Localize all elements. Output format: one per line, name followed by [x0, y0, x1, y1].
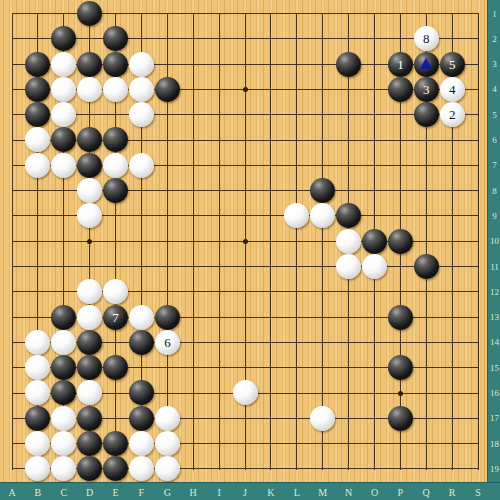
stone-white-N10[interactable] [336, 229, 361, 254]
stone-white-D4[interactable] [77, 77, 102, 102]
stone-black-P17[interactable] [388, 406, 413, 431]
stone-black-C16[interactable] [51, 380, 76, 405]
stone-black-P3[interactable]: 1 [388, 52, 413, 77]
stone-white-B16[interactable] [25, 380, 50, 405]
col-label-J: J [237, 487, 253, 498]
move-number-label: 3 [423, 83, 430, 96]
stone-black-E19[interactable] [103, 456, 128, 481]
stone-black-D15[interactable] [77, 355, 102, 380]
col-label-D: D [82, 487, 98, 498]
row-label-7: 7 [488, 160, 500, 170]
stone-white-C19[interactable] [51, 456, 76, 481]
stone-black-E8[interactable] [103, 178, 128, 203]
col-label-M: M [315, 487, 331, 498]
col-label-A: A [4, 487, 20, 498]
stone-white-F3[interactable] [129, 52, 154, 77]
row-label-9: 9 [488, 211, 500, 221]
stone-black-Q4[interactable]: 3 [414, 77, 439, 102]
stone-white-G19[interactable] [155, 456, 180, 481]
stones-layer: 81534276 [0, 1, 491, 482]
stone-white-G17[interactable] [155, 406, 180, 431]
move-number-label: 8 [423, 32, 430, 45]
col-label-G: G [159, 487, 175, 498]
stone-white-C14[interactable] [51, 330, 76, 355]
col-label-K: K [263, 487, 279, 498]
stone-white-F7[interactable] [129, 153, 154, 178]
row-label-15: 15 [488, 363, 500, 373]
coordinate-bar-bottom: ABCDEFGHIJKLMNOPQRS [0, 482, 500, 500]
stone-black-B4[interactable] [25, 77, 50, 102]
stone-black-Q5[interactable] [414, 102, 439, 127]
stone-black-M8[interactable] [310, 178, 335, 203]
stone-black-C13[interactable] [51, 305, 76, 330]
stone-white-G14[interactable]: 6 [155, 330, 180, 355]
row-label-16: 16 [488, 388, 500, 398]
stone-white-C17[interactable] [51, 406, 76, 431]
row-label-12: 12 [488, 287, 500, 297]
stone-black-D3[interactable] [77, 52, 102, 77]
stone-white-C3[interactable] [51, 52, 76, 77]
stone-white-F4[interactable] [129, 77, 154, 102]
stone-white-B7[interactable] [25, 153, 50, 178]
row-label-5: 5 [488, 110, 500, 120]
stone-white-R5[interactable]: 2 [440, 102, 465, 127]
col-label-B: B [30, 487, 46, 498]
col-label-N: N [341, 487, 357, 498]
stone-black-E2[interactable] [103, 26, 128, 51]
stone-black-D6[interactable] [77, 127, 102, 152]
stone-white-J16[interactable] [233, 380, 258, 405]
row-label-19: 19 [488, 464, 500, 474]
stone-white-F13[interactable] [129, 305, 154, 330]
stone-black-P10[interactable] [388, 229, 413, 254]
stone-black-D14[interactable] [77, 330, 102, 355]
triangle-marker-icon [420, 58, 432, 69]
stone-black-D19[interactable] [77, 456, 102, 481]
stone-white-D16[interactable] [77, 380, 102, 405]
stone-white-B15[interactable] [25, 355, 50, 380]
stone-black-F16[interactable] [129, 380, 154, 405]
col-label-P: P [392, 487, 408, 498]
col-label-C: C [56, 487, 72, 498]
stone-black-G4[interactable] [155, 77, 180, 102]
stone-white-D12[interactable] [77, 279, 102, 304]
row-label-18: 18 [488, 439, 500, 449]
stone-black-O10[interactable] [362, 229, 387, 254]
move-number-label: 2 [449, 108, 456, 121]
stone-white-R4[interactable]: 4 [440, 77, 465, 102]
row-label-4: 4 [488, 84, 500, 94]
row-label-6: 6 [488, 135, 500, 145]
col-label-S: S [470, 487, 486, 498]
col-label-Q: Q [418, 487, 434, 498]
row-label-2: 2 [488, 34, 500, 44]
col-label-F: F [133, 487, 149, 498]
stone-white-E4[interactable] [103, 77, 128, 102]
col-label-L: L [289, 487, 305, 498]
col-label-O: O [367, 487, 383, 498]
stone-black-F17[interactable] [129, 406, 154, 431]
stone-black-G13[interactable] [155, 305, 180, 330]
stone-black-C2[interactable] [51, 26, 76, 51]
stone-white-B18[interactable] [25, 431, 50, 456]
stone-white-E7[interactable] [103, 153, 128, 178]
stone-white-D8[interactable] [77, 178, 102, 203]
stone-black-R3[interactable]: 5 [440, 52, 465, 77]
stone-black-N9[interactable] [336, 203, 361, 228]
stone-black-E13[interactable]: 7 [103, 305, 128, 330]
col-label-I: I [211, 487, 227, 498]
row-label-17: 17 [488, 413, 500, 423]
stone-white-B14[interactable] [25, 330, 50, 355]
go-app-window: 81534276 12345678910111213141516171819 A… [0, 0, 500, 500]
stone-white-M9[interactable] [310, 203, 335, 228]
stone-white-C5[interactable] [51, 102, 76, 127]
move-number-label: 1 [397, 58, 404, 71]
stone-black-D17[interactable] [77, 406, 102, 431]
move-number-label: 4 [449, 83, 456, 96]
stone-black-E18[interactable] [103, 431, 128, 456]
stone-black-E15[interactable] [103, 355, 128, 380]
stone-white-B6[interactable] [25, 127, 50, 152]
stone-black-P13[interactable] [388, 305, 413, 330]
stone-black-Q3[interactable] [414, 52, 439, 77]
row-label-10: 10 [488, 236, 500, 246]
stone-black-E3[interactable] [103, 52, 128, 77]
stone-white-O11[interactable] [362, 254, 387, 279]
row-label-1: 1 [488, 9, 500, 19]
coordinate-bar-right: 12345678910111213141516171819 [487, 0, 500, 500]
stone-black-B3[interactable] [25, 52, 50, 77]
stone-black-N3[interactable] [336, 52, 361, 77]
stone-black-D18[interactable] [77, 431, 102, 456]
row-label-13: 13 [488, 312, 500, 322]
col-label-H: H [185, 487, 201, 498]
stone-white-L9[interactable] [284, 203, 309, 228]
stone-white-C4[interactable] [51, 77, 76, 102]
stone-black-P4[interactable] [388, 77, 413, 102]
move-number-label: 7 [112, 311, 119, 324]
stone-white-D13[interactable] [77, 305, 102, 330]
stone-black-P15[interactable] [388, 355, 413, 380]
stone-white-B19[interactable] [25, 456, 50, 481]
stone-white-F5[interactable] [129, 102, 154, 127]
stone-black-D7[interactable] [77, 153, 102, 178]
row-label-11: 11 [488, 262, 500, 272]
stone-white-E12[interactable] [103, 279, 128, 304]
stone-white-D9[interactable] [77, 203, 102, 228]
move-number-label: 6 [164, 336, 171, 349]
stone-black-C6[interactable] [51, 127, 76, 152]
stone-white-M17[interactable] [310, 406, 335, 431]
stone-white-Q2[interactable]: 8 [414, 26, 439, 51]
stone-white-N11[interactable] [336, 254, 361, 279]
stone-black-F14[interactable] [129, 330, 154, 355]
stone-white-C7[interactable] [51, 153, 76, 178]
stone-white-G18[interactable] [155, 431, 180, 456]
stone-white-C18[interactable] [51, 431, 76, 456]
row-label-3: 3 [488, 59, 500, 69]
stone-black-D1[interactable] [77, 1, 102, 26]
move-number-label: 5 [449, 58, 456, 71]
stone-white-F18[interactable] [129, 431, 154, 456]
col-label-R: R [444, 487, 460, 498]
stone-black-E6[interactable] [103, 127, 128, 152]
stone-black-C15[interactable] [51, 355, 76, 380]
row-label-8: 8 [488, 186, 500, 196]
stone-black-B5[interactable] [25, 102, 50, 127]
row-label-14: 14 [488, 337, 500, 347]
stone-white-F19[interactable] [129, 456, 154, 481]
stone-black-B17[interactable] [25, 406, 50, 431]
col-label-E: E [108, 487, 124, 498]
stone-black-Q11[interactable] [414, 254, 439, 279]
